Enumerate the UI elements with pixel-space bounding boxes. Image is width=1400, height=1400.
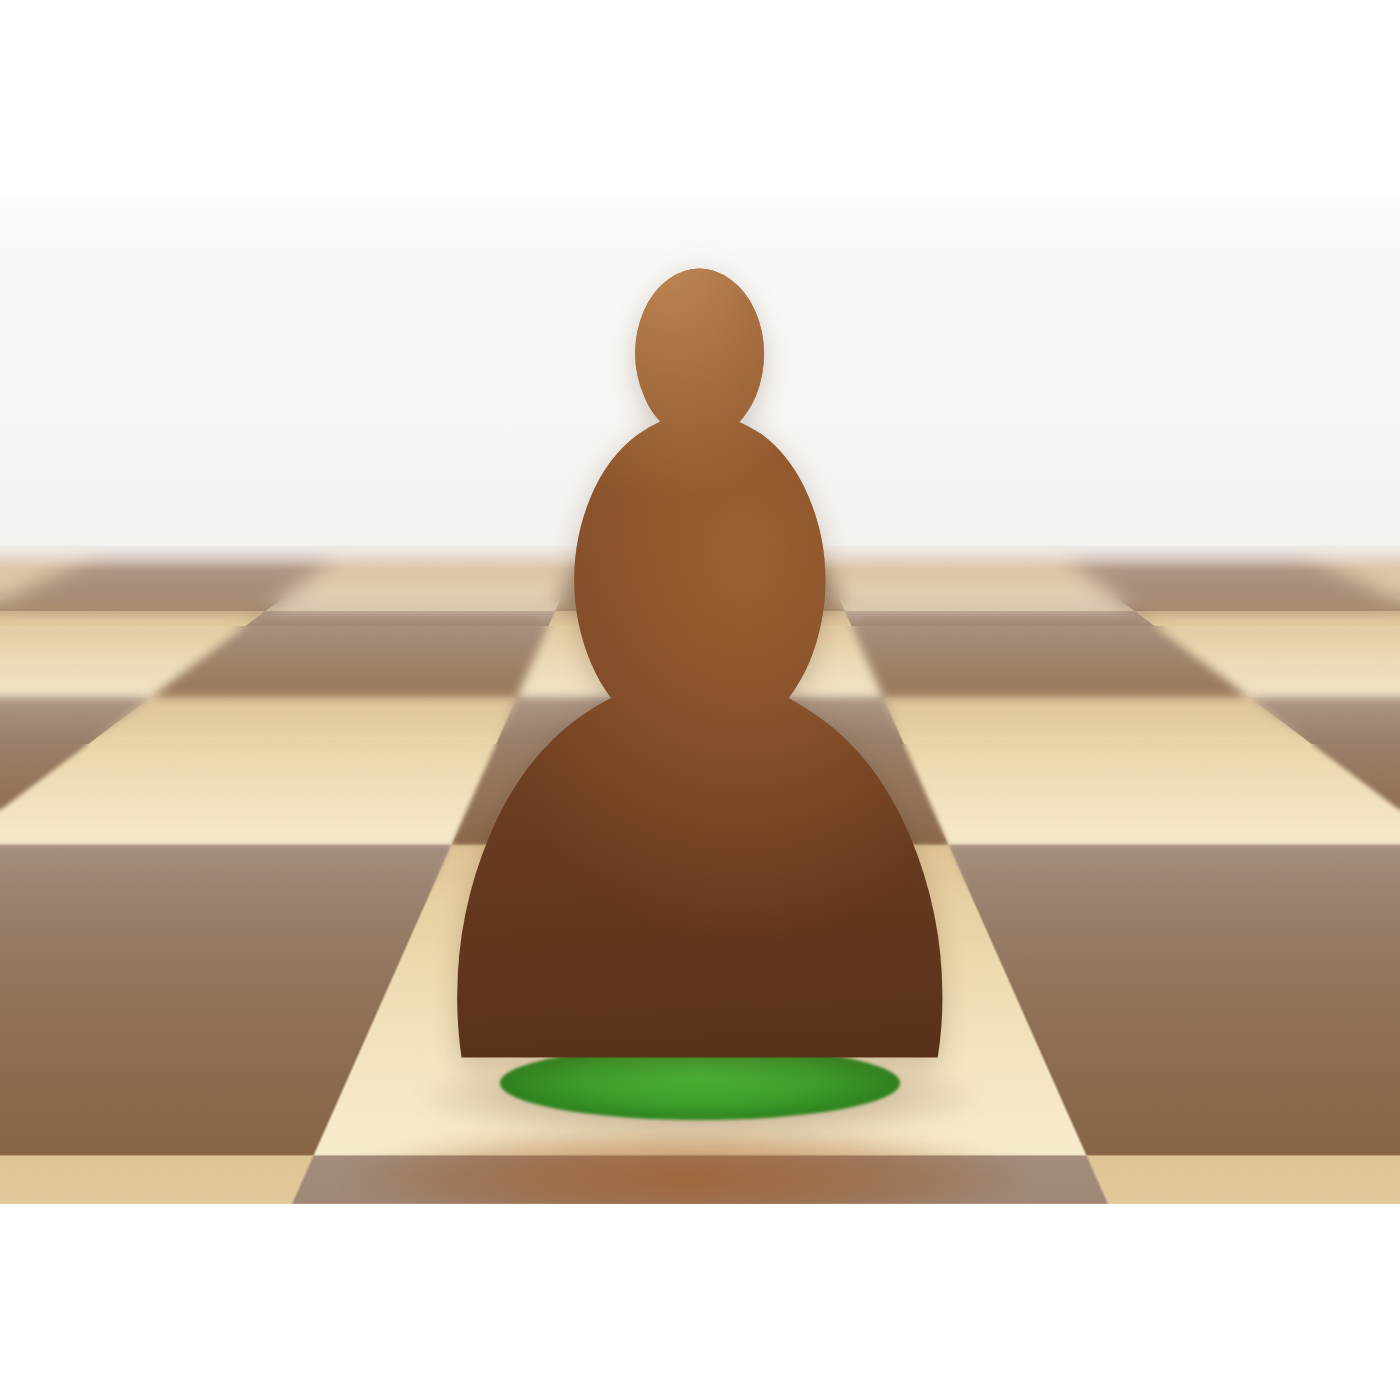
board-square: [1060, 555, 1400, 611]
photo-margin-top: [0, 0, 1400, 196]
board-square: [1086, 1155, 1400, 1204]
board-square: [1135, 611, 1400, 697]
product-photo-stage: ♟: [0, 0, 1400, 1400]
board-square: [1249, 697, 1400, 844]
black-pawn: ♟: [337, 196, 1063, 1204]
photo-margin-bottom: [0, 1204, 1400, 1400]
pawn-glyph: ♟: [337, 196, 1063, 1204]
board-square: [0, 1155, 314, 1204]
photo-band: ♟: [0, 196, 1400, 1204]
board-square: [1300, 555, 1400, 611]
